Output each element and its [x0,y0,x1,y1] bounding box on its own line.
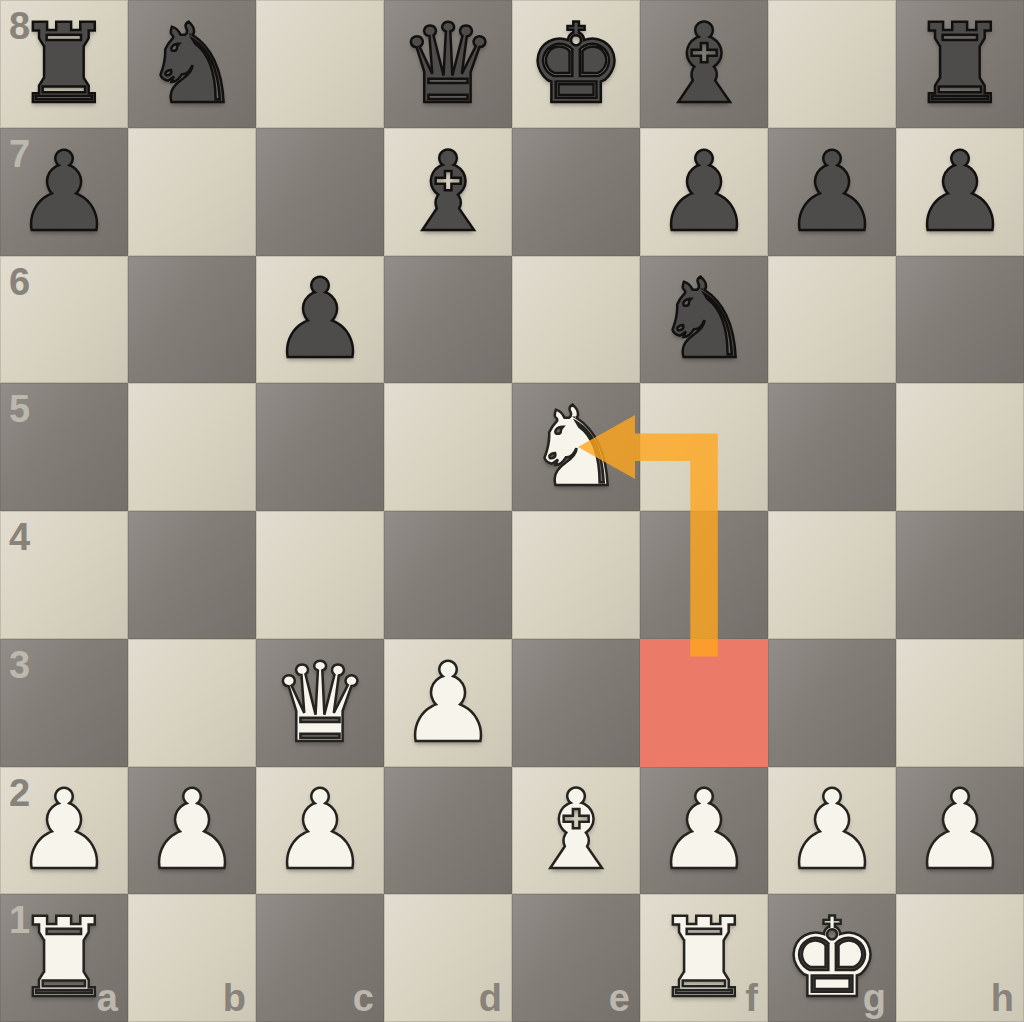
file-label-c: c [353,979,374,1017]
square-a8[interactable]: 8♜ [0,0,128,128]
rank-label-4: 4 [9,518,30,556]
chess-board-wrap: 8♜♞♛♚♝♜7♟♝♟♟♟6♟♞5♞43♛♟2♟♟♟♝♟♟♟1a♜bcdef♜g… [0,0,1024,1022]
piece-white-pawn[interactable]: ♟ [640,767,768,895]
square-e3[interactable] [512,639,640,767]
file-label-b: b [223,979,246,1017]
square-h5[interactable] [896,383,1024,511]
piece-white-bishop[interactable]: ♝ [512,767,640,895]
square-b5[interactable] [128,383,256,511]
piece-white-pawn[interactable]: ♟ [0,767,128,895]
piece-white-pawn[interactable]: ♟ [768,767,896,895]
square-f5[interactable] [640,383,768,511]
square-f2[interactable]: ♟ [640,767,768,895]
square-g3[interactable] [768,639,896,767]
chess-board: 8♜♞♛♚♝♜7♟♝♟♟♟6♟♞5♞43♛♟2♟♟♟♝♟♟♟1a♜bcdef♜g… [0,0,1024,1022]
piece-black-pawn[interactable]: ♟ [896,128,1024,256]
square-e7[interactable] [512,128,640,256]
square-e4[interactable] [512,511,640,639]
square-a3[interactable]: 3 [0,639,128,767]
square-g1[interactable]: g♚ [768,894,896,1022]
square-c5[interactable] [256,383,384,511]
square-f6[interactable]: ♞ [640,256,768,384]
piece-black-rook[interactable]: ♜ [0,0,128,128]
square-d3[interactable]: ♟ [384,639,512,767]
piece-black-bishop[interactable]: ♝ [640,0,768,128]
file-label-e: e [609,979,630,1017]
file-label-d: d [479,979,502,1017]
square-f7[interactable]: ♟ [640,128,768,256]
piece-white-queen[interactable]: ♛ [256,639,384,767]
square-d1[interactable]: d [384,894,512,1022]
square-h3[interactable] [896,639,1024,767]
square-e6[interactable] [512,256,640,384]
square-d2[interactable] [384,767,512,895]
square-e8[interactable]: ♚ [512,0,640,128]
piece-white-pawn[interactable]: ♟ [256,767,384,895]
square-g8[interactable] [768,0,896,128]
square-h7[interactable]: ♟ [896,128,1024,256]
square-g2[interactable]: ♟ [768,767,896,895]
square-b2[interactable]: ♟ [128,767,256,895]
square-h2[interactable]: ♟ [896,767,1024,895]
square-c2[interactable]: ♟ [256,767,384,895]
square-e2[interactable]: ♝ [512,767,640,895]
file-label-h: h [991,979,1014,1017]
piece-white-knight[interactable]: ♞ [512,383,640,511]
square-a1[interactable]: 1a♜ [0,894,128,1022]
square-f4[interactable] [640,511,768,639]
square-f3[interactable] [640,639,768,767]
square-d6[interactable] [384,256,512,384]
piece-white-pawn[interactable]: ♟ [384,639,512,767]
square-d4[interactable] [384,511,512,639]
rank-label-5: 5 [9,390,30,428]
square-h4[interactable] [896,511,1024,639]
piece-white-king[interactable]: ♚ [768,894,896,1022]
piece-black-pawn[interactable]: ♟ [640,128,768,256]
piece-white-rook[interactable]: ♜ [640,894,768,1022]
piece-black-pawn[interactable]: ♟ [768,128,896,256]
square-c7[interactable] [256,128,384,256]
square-c4[interactable] [256,511,384,639]
piece-white-pawn[interactable]: ♟ [896,767,1024,895]
piece-white-rook[interactable]: ♜ [0,894,128,1022]
square-a6[interactable]: 6 [0,256,128,384]
piece-black-knight[interactable]: ♞ [128,0,256,128]
square-g5[interactable] [768,383,896,511]
square-d5[interactable] [384,383,512,511]
square-b8[interactable]: ♞ [128,0,256,128]
square-f8[interactable]: ♝ [640,0,768,128]
piece-black-knight[interactable]: ♞ [640,256,768,384]
square-a7[interactable]: 7♟ [0,128,128,256]
square-e1[interactable]: e [512,894,640,1022]
square-c8[interactable] [256,0,384,128]
piece-black-queen[interactable]: ♛ [384,0,512,128]
square-h8[interactable]: ♜ [896,0,1024,128]
square-f1[interactable]: f♜ [640,894,768,1022]
piece-black-pawn[interactable]: ♟ [0,128,128,256]
square-a2[interactable]: 2♟ [0,767,128,895]
square-g4[interactable] [768,511,896,639]
square-a4[interactable]: 4 [0,511,128,639]
square-b4[interactable] [128,511,256,639]
square-g7[interactable]: ♟ [768,128,896,256]
square-c1[interactable]: c [256,894,384,1022]
square-g6[interactable] [768,256,896,384]
square-c6[interactable]: ♟ [256,256,384,384]
square-b6[interactable] [128,256,256,384]
rank-label-6: 6 [9,263,30,301]
square-e5[interactable]: ♞ [512,383,640,511]
square-b1[interactable]: b [128,894,256,1022]
piece-white-pawn[interactable]: ♟ [128,767,256,895]
piece-black-bishop[interactable]: ♝ [384,128,512,256]
square-a5[interactable]: 5 [0,383,128,511]
square-d8[interactable]: ♛ [384,0,512,128]
piece-black-pawn[interactable]: ♟ [256,256,384,384]
piece-black-rook[interactable]: ♜ [896,0,1024,128]
square-h6[interactable] [896,256,1024,384]
rank-label-3: 3 [9,646,30,684]
piece-black-king[interactable]: ♚ [512,0,640,128]
square-c3[interactable]: ♛ [256,639,384,767]
square-d7[interactable]: ♝ [384,128,512,256]
square-h1[interactable]: h [896,894,1024,1022]
square-b7[interactable] [128,128,256,256]
square-b3[interactable] [128,639,256,767]
